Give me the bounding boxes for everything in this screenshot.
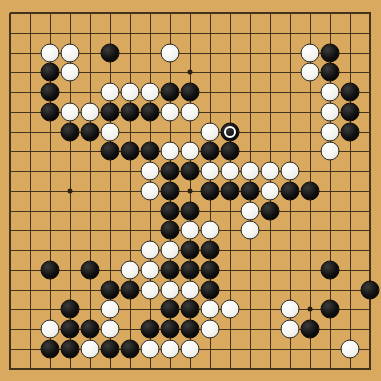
white-stone[interactable] — [101, 320, 120, 339]
white-stone[interactable] — [201, 122, 220, 141]
white-stone[interactable] — [141, 241, 160, 260]
white-stone[interactable] — [141, 280, 160, 299]
white-stone[interactable] — [161, 241, 180, 260]
black-stone[interactable] — [41, 83, 60, 102]
black-stone[interactable] — [161, 83, 180, 102]
white-stone[interactable] — [61, 63, 80, 82]
black-stone[interactable] — [81, 320, 100, 339]
white-stone[interactable] — [121, 83, 140, 102]
white-stone[interactable] — [261, 181, 280, 200]
black-stone[interactable] — [341, 83, 360, 102]
black-stone[interactable] — [101, 43, 120, 62]
black-stone[interactable] — [61, 320, 80, 339]
black-stone[interactable] — [41, 260, 60, 279]
black-stone[interactable] — [321, 63, 340, 82]
white-stone[interactable] — [81, 102, 100, 121]
black-stone[interactable] — [161, 181, 180, 200]
white-stone[interactable] — [241, 162, 260, 181]
white-stone[interactable] — [221, 162, 240, 181]
black-stone[interactable] — [201, 241, 220, 260]
black-stone[interactable] — [341, 122, 360, 141]
black-stone[interactable] — [161, 201, 180, 220]
white-stone[interactable] — [181, 142, 200, 161]
white-stone[interactable] — [141, 181, 160, 200]
black-stone[interactable] — [141, 102, 160, 121]
white-stone[interactable] — [201, 221, 220, 240]
grid-line-vertical — [369, 13, 371, 370]
go-board-screenshot — [0, 0, 381, 381]
white-stone[interactable] — [41, 320, 60, 339]
black-stone[interactable] — [221, 142, 240, 161]
white-stone[interactable] — [141, 162, 160, 181]
black-stone[interactable] — [61, 339, 80, 358]
black-stone[interactable] — [261, 201, 280, 220]
black-stone[interactable] — [201, 142, 220, 161]
grid-line-vertical — [350, 13, 351, 370]
white-stone[interactable] — [221, 300, 240, 319]
black-stone[interactable] — [321, 300, 340, 319]
black-stone[interactable] — [41, 339, 60, 358]
black-stone[interactable] — [341, 102, 360, 121]
white-stone[interactable] — [241, 201, 260, 220]
white-stone[interactable] — [281, 320, 300, 339]
white-stone[interactable] — [61, 102, 80, 121]
white-stone[interactable] — [301, 43, 320, 62]
star-point — [188, 70, 193, 75]
black-stone[interactable] — [201, 260, 220, 279]
black-stone[interactable] — [181, 320, 200, 339]
black-stone[interactable] — [181, 300, 200, 319]
black-stone[interactable] — [61, 300, 80, 319]
black-stone[interactable] — [281, 181, 300, 200]
white-stone[interactable] — [101, 122, 120, 141]
white-stone[interactable] — [161, 280, 180, 299]
black-stone[interactable] — [181, 241, 200, 260]
white-stone[interactable] — [321, 83, 340, 102]
black-stone[interactable] — [41, 63, 60, 82]
white-stone[interactable] — [201, 300, 220, 319]
black-stone[interactable] — [161, 221, 180, 240]
white-stone[interactable] — [181, 280, 200, 299]
white-stone[interactable] — [181, 102, 200, 121]
black-stone[interactable] — [121, 339, 140, 358]
black-stone[interactable] — [101, 102, 120, 121]
star-point — [68, 188, 73, 193]
white-stone[interactable] — [141, 260, 160, 279]
black-stone[interactable] — [181, 260, 200, 279]
white-stone[interactable] — [181, 339, 200, 358]
white-stone[interactable] — [161, 102, 180, 121]
white-stone[interactable] — [121, 260, 140, 279]
white-stone[interactable] — [301, 63, 320, 82]
black-stone[interactable] — [161, 300, 180, 319]
black-stone[interactable] — [141, 142, 160, 161]
black-stone[interactable] — [61, 122, 80, 141]
black-stone[interactable] — [321, 260, 340, 279]
white-stone[interactable] — [321, 102, 340, 121]
black-stone[interactable] — [181, 83, 200, 102]
black-stone[interactable] — [181, 162, 200, 181]
white-stone[interactable] — [101, 83, 120, 102]
white-stone[interactable] — [181, 221, 200, 240]
black-stone[interactable] — [101, 142, 120, 161]
black-stone[interactable] — [81, 260, 100, 279]
black-stone[interactable] — [101, 339, 120, 358]
white-stone[interactable] — [201, 162, 220, 181]
white-stone[interactable] — [161, 43, 180, 62]
black-stone[interactable] — [301, 320, 320, 339]
black-stone[interactable] — [121, 102, 140, 121]
black-stone[interactable] — [301, 181, 320, 200]
white-stone[interactable] — [281, 300, 300, 319]
black-stone[interactable] — [81, 122, 100, 141]
white-stone[interactable] — [341, 339, 360, 358]
white-stone[interactable] — [81, 339, 100, 358]
black-stone[interactable] — [141, 320, 160, 339]
star-point — [188, 188, 193, 193]
star-point — [308, 307, 313, 312]
white-stone[interactable] — [61, 43, 80, 62]
black-stone[interactable] — [221, 181, 240, 200]
white-stone[interactable] — [281, 162, 300, 181]
black-stone[interactable] — [101, 280, 120, 299]
black-stone[interactable] — [121, 280, 140, 299]
white-stone[interactable] — [261, 162, 280, 181]
white-stone[interactable] — [141, 83, 160, 102]
white-stone[interactable] — [41, 43, 60, 62]
black-stone[interactable] — [121, 142, 140, 161]
white-stone[interactable] — [161, 142, 180, 161]
last-move-marker-icon — [224, 126, 236, 138]
black-stone[interactable] — [181, 201, 200, 220]
black-stone[interactable] — [241, 181, 260, 200]
black-stone[interactable] — [321, 43, 340, 62]
black-stone[interactable] — [41, 102, 60, 121]
white-stone[interactable] — [241, 221, 260, 240]
black-stone[interactable] — [201, 280, 220, 299]
black-stone[interactable] — [161, 162, 180, 181]
white-stone[interactable] — [161, 339, 180, 358]
grid-line-horizontal — [10, 368, 371, 370]
black-stone[interactable] — [161, 260, 180, 279]
black-stone[interactable] — [161, 320, 180, 339]
black-stone[interactable] — [201, 181, 220, 200]
white-stone[interactable] — [141, 339, 160, 358]
white-stone[interactable] — [201, 320, 220, 339]
go-board[interactable] — [0, 0, 381, 381]
white-stone[interactable] — [321, 122, 340, 141]
white-stone[interactable] — [101, 300, 120, 319]
white-stone[interactable] — [321, 142, 340, 161]
black-stone[interactable] — [361, 280, 380, 299]
